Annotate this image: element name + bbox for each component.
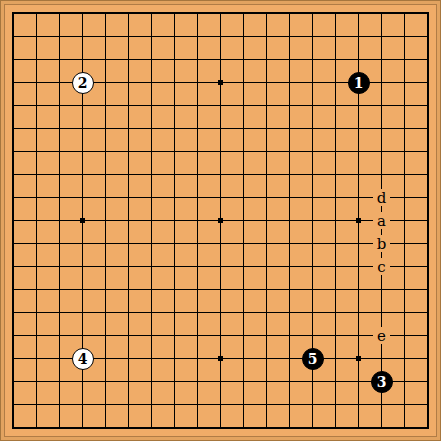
board-point	[278, 163, 301, 186]
board-point	[2, 324, 25, 347]
board-point	[301, 71, 324, 94]
board-point	[324, 186, 347, 209]
board-point	[2, 186, 25, 209]
board-point	[209, 255, 232, 278]
board-point	[117, 163, 140, 186]
hoshi-point	[356, 218, 361, 223]
point-label-b: b	[373, 235, 390, 252]
board-point	[186, 209, 209, 232]
board-point	[163, 255, 186, 278]
board-point	[209, 2, 232, 25]
board-point	[278, 232, 301, 255]
hoshi-point	[218, 80, 223, 85]
board-point	[117, 324, 140, 347]
board-point	[209, 117, 232, 140]
board-point	[347, 278, 370, 301]
board-point	[140, 209, 163, 232]
board-point	[347, 416, 370, 439]
board-point	[278, 186, 301, 209]
board-point	[140, 163, 163, 186]
board-point	[2, 94, 25, 117]
board-point	[416, 94, 439, 117]
board-point	[25, 416, 48, 439]
board-point	[301, 232, 324, 255]
board-point	[278, 2, 301, 25]
board-point	[370, 416, 393, 439]
board-point	[94, 71, 117, 94]
board-point	[255, 347, 278, 370]
board-point	[2, 163, 25, 186]
board-point	[232, 163, 255, 186]
board-point	[71, 186, 94, 209]
board-point	[255, 163, 278, 186]
board-point	[278, 278, 301, 301]
board-point	[232, 278, 255, 301]
board-point	[278, 324, 301, 347]
board-point	[416, 71, 439, 94]
board-point	[186, 278, 209, 301]
board-point	[48, 324, 71, 347]
board-point	[416, 163, 439, 186]
board-point	[71, 324, 94, 347]
board-point	[416, 324, 439, 347]
board-point	[278, 393, 301, 416]
board-point	[140, 117, 163, 140]
board-point	[255, 416, 278, 439]
board-point	[209, 94, 232, 117]
board-point	[232, 48, 255, 71]
board-point	[117, 71, 140, 94]
board-point	[94, 163, 117, 186]
board-point	[163, 94, 186, 117]
board-point	[71, 416, 94, 439]
board-point	[324, 416, 347, 439]
board-point	[209, 140, 232, 163]
board-point	[48, 163, 71, 186]
board-point	[370, 94, 393, 117]
board-point	[232, 2, 255, 25]
board-point	[347, 393, 370, 416]
board-point	[71, 278, 94, 301]
board-point	[347, 232, 370, 255]
board-point	[324, 94, 347, 117]
board-point	[209, 301, 232, 324]
board-point	[94, 393, 117, 416]
board-point	[140, 324, 163, 347]
board-point	[25, 324, 48, 347]
board-point	[324, 393, 347, 416]
board-point	[324, 48, 347, 71]
board-point	[163, 25, 186, 48]
board-point	[117, 25, 140, 48]
board-point	[94, 255, 117, 278]
board-point	[416, 347, 439, 370]
board-point	[25, 2, 48, 25]
board-point	[94, 278, 117, 301]
board-point	[209, 370, 232, 393]
board-point	[370, 140, 393, 163]
board-point	[25, 117, 48, 140]
black-stone-5: 5	[302, 348, 324, 370]
board-point	[48, 48, 71, 71]
board-point	[25, 232, 48, 255]
board-point	[278, 255, 301, 278]
board-point	[25, 25, 48, 48]
board-point	[186, 301, 209, 324]
board-point	[117, 209, 140, 232]
board-point	[232, 140, 255, 163]
board-point	[48, 393, 71, 416]
board-point	[347, 301, 370, 324]
board-point	[301, 393, 324, 416]
board-point	[393, 48, 416, 71]
board-point	[163, 163, 186, 186]
board-point	[209, 278, 232, 301]
board-point	[48, 71, 71, 94]
board-point	[94, 25, 117, 48]
board-point	[94, 186, 117, 209]
hoshi-point	[218, 356, 223, 361]
board-point	[94, 209, 117, 232]
board-point	[48, 186, 71, 209]
board-point	[25, 347, 48, 370]
board-point	[186, 25, 209, 48]
board-point	[186, 48, 209, 71]
board-point	[2, 232, 25, 255]
board-point	[278, 140, 301, 163]
board-point	[416, 301, 439, 324]
board-point	[278, 117, 301, 140]
white-stone-2: 2	[72, 72, 94, 94]
go-board: dabce12345	[0, 0, 441, 441]
board-point	[393, 163, 416, 186]
board-point	[140, 255, 163, 278]
board-point	[347, 163, 370, 186]
board-point	[393, 393, 416, 416]
board-point	[163, 370, 186, 393]
board-point	[416, 370, 439, 393]
board-point	[71, 393, 94, 416]
board-point	[2, 140, 25, 163]
board-point	[140, 370, 163, 393]
board-point	[255, 2, 278, 25]
board-point	[347, 255, 370, 278]
board-point	[393, 140, 416, 163]
board-point	[25, 71, 48, 94]
board-point	[232, 232, 255, 255]
board-point	[393, 94, 416, 117]
board-point	[393, 25, 416, 48]
board-point	[71, 370, 94, 393]
board-point	[186, 186, 209, 209]
board-point	[48, 255, 71, 278]
hoshi-point	[218, 218, 223, 223]
board-point	[324, 347, 347, 370]
board-point	[255, 232, 278, 255]
board-point	[48, 117, 71, 140]
board-point	[416, 48, 439, 71]
board-point	[370, 347, 393, 370]
board-point	[2, 2, 25, 25]
board-point	[278, 370, 301, 393]
board-point	[94, 324, 117, 347]
board-point	[370, 301, 393, 324]
board-point	[117, 255, 140, 278]
board-point	[117, 301, 140, 324]
board-point	[324, 25, 347, 48]
board-point	[140, 2, 163, 25]
board-point	[2, 278, 25, 301]
board-point	[117, 94, 140, 117]
board-point	[278, 301, 301, 324]
board-point	[301, 370, 324, 393]
board-point	[255, 324, 278, 347]
board-point	[370, 117, 393, 140]
board-point	[25, 209, 48, 232]
board-point	[255, 48, 278, 71]
board-point	[370, 278, 393, 301]
board-point	[416, 232, 439, 255]
board-point	[232, 393, 255, 416]
board-point	[140, 232, 163, 255]
board-point	[186, 140, 209, 163]
board-point	[301, 2, 324, 25]
board-point	[163, 301, 186, 324]
board-point	[416, 25, 439, 48]
board-point	[163, 186, 186, 209]
board-point	[117, 347, 140, 370]
board-point	[393, 370, 416, 393]
board-point	[416, 117, 439, 140]
board-point	[94, 301, 117, 324]
board-point	[278, 25, 301, 48]
board-point	[232, 416, 255, 439]
board-point	[186, 347, 209, 370]
board-point	[255, 94, 278, 117]
board-point	[48, 301, 71, 324]
board-point	[71, 2, 94, 25]
board-point	[255, 209, 278, 232]
board-point	[163, 2, 186, 25]
board-point	[255, 393, 278, 416]
board-point	[186, 370, 209, 393]
board-point	[163, 209, 186, 232]
board-point	[278, 209, 301, 232]
board-point	[94, 416, 117, 439]
board-point	[255, 301, 278, 324]
board-point	[416, 416, 439, 439]
board-point	[25, 94, 48, 117]
board-point	[94, 2, 117, 25]
board-point	[232, 186, 255, 209]
board-point	[186, 71, 209, 94]
board-point	[48, 94, 71, 117]
board-point	[71, 140, 94, 163]
board-point	[393, 209, 416, 232]
board-point	[301, 117, 324, 140]
board-point	[2, 255, 25, 278]
board-point	[324, 140, 347, 163]
board-point	[393, 301, 416, 324]
board-point	[416, 2, 439, 25]
board-point	[370, 393, 393, 416]
board-point	[71, 25, 94, 48]
board-point	[278, 416, 301, 439]
board-point	[255, 117, 278, 140]
board-point	[163, 232, 186, 255]
board-point	[163, 347, 186, 370]
board-point	[25, 370, 48, 393]
board-point	[117, 117, 140, 140]
board-point	[209, 416, 232, 439]
board-point	[301, 163, 324, 186]
board-point	[232, 209, 255, 232]
board-point	[232, 117, 255, 140]
board-point	[163, 48, 186, 71]
board-point	[94, 117, 117, 140]
board-point	[347, 2, 370, 25]
board-point	[2, 370, 25, 393]
board-point	[186, 163, 209, 186]
black-stone-1: 1	[348, 72, 370, 94]
board-grid: dabce12345	[2, 2, 439, 439]
board-point	[186, 324, 209, 347]
board-point	[25, 140, 48, 163]
board-point	[393, 117, 416, 140]
point-label-c: c	[373, 258, 390, 275]
board-point	[71, 117, 94, 140]
board-point	[324, 163, 347, 186]
board-point	[232, 301, 255, 324]
board-point	[416, 209, 439, 232]
point-label-e: e	[373, 327, 390, 344]
board-point	[140, 278, 163, 301]
board-point	[209, 393, 232, 416]
board-point	[324, 117, 347, 140]
board-point	[2, 71, 25, 94]
hoshi-point	[356, 356, 361, 361]
board-point	[347, 25, 370, 48]
board-point	[71, 48, 94, 71]
board-point	[232, 324, 255, 347]
board-point	[186, 416, 209, 439]
point-label-a: a	[373, 212, 390, 229]
board-point	[140, 25, 163, 48]
board-point	[232, 25, 255, 48]
board-point	[2, 48, 25, 71]
board-point	[232, 71, 255, 94]
board-point	[186, 393, 209, 416]
board-point	[255, 186, 278, 209]
board-point	[163, 324, 186, 347]
board-point	[324, 370, 347, 393]
board-point	[324, 301, 347, 324]
board-point	[48, 140, 71, 163]
board-point	[324, 232, 347, 255]
board-point	[278, 71, 301, 94]
board-point	[25, 301, 48, 324]
board-point	[117, 393, 140, 416]
board-point	[209, 324, 232, 347]
board-point	[347, 186, 370, 209]
board-point	[186, 117, 209, 140]
board-point	[117, 48, 140, 71]
board-point	[232, 255, 255, 278]
board-point	[416, 393, 439, 416]
board-point	[48, 416, 71, 439]
board-point	[232, 94, 255, 117]
point-label-d: d	[373, 189, 390, 206]
board-point	[393, 278, 416, 301]
board-point	[324, 71, 347, 94]
board-point	[301, 255, 324, 278]
board-point	[2, 347, 25, 370]
board-point	[393, 324, 416, 347]
board-point	[48, 278, 71, 301]
board-point	[25, 48, 48, 71]
board-point	[140, 347, 163, 370]
board-point	[186, 232, 209, 255]
board-point	[324, 2, 347, 25]
board-point	[255, 71, 278, 94]
board-point	[347, 370, 370, 393]
board-point	[301, 209, 324, 232]
board-point	[25, 255, 48, 278]
board-point	[278, 347, 301, 370]
board-point	[278, 94, 301, 117]
board-point	[416, 278, 439, 301]
board-point	[25, 278, 48, 301]
board-point	[71, 301, 94, 324]
board-point	[48, 25, 71, 48]
board-point	[393, 186, 416, 209]
board-point	[140, 71, 163, 94]
board-point	[140, 94, 163, 117]
board-point	[2, 416, 25, 439]
board-point	[117, 278, 140, 301]
board-point	[71, 232, 94, 255]
board-point	[370, 163, 393, 186]
board-point	[209, 163, 232, 186]
board-point	[48, 2, 71, 25]
board-point	[393, 255, 416, 278]
board-point	[163, 117, 186, 140]
board-point	[2, 301, 25, 324]
board-point	[324, 255, 347, 278]
board-point	[48, 370, 71, 393]
board-point	[209, 186, 232, 209]
board-point	[232, 370, 255, 393]
board-point	[209, 25, 232, 48]
board-point	[71, 163, 94, 186]
board-point	[393, 416, 416, 439]
board-point	[393, 232, 416, 255]
board-point	[140, 301, 163, 324]
board-point	[347, 94, 370, 117]
board-point	[301, 140, 324, 163]
board-point	[301, 48, 324, 71]
board-point	[2, 25, 25, 48]
board-point	[25, 163, 48, 186]
board-point	[140, 140, 163, 163]
board-point	[301, 416, 324, 439]
board-point	[209, 232, 232, 255]
board-point	[301, 94, 324, 117]
board-point	[94, 232, 117, 255]
board-point	[163, 393, 186, 416]
board-point	[370, 71, 393, 94]
board-point	[2, 117, 25, 140]
